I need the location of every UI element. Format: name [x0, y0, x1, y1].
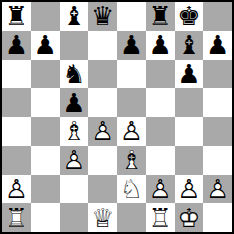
- black-pawn-piece[interactable]: ♟: [5, 31, 28, 59]
- white-piece-glyph: ♘: [120, 175, 143, 203]
- white-piece-glyph: ♙: [177, 175, 200, 203]
- square-g6[interactable]: ♟: [175, 60, 204, 89]
- black-piece-glyph: ♟: [5, 31, 28, 59]
- white-rook-piece[interactable]: ♜♖: [5, 204, 28, 232]
- square-a4[interactable]: [2, 117, 31, 146]
- square-f4[interactable]: [146, 117, 175, 146]
- black-piece-glyph: ♝: [177, 31, 200, 59]
- black-piece-glyph: ♟: [177, 60, 200, 88]
- white-pawn-piece[interactable]: ♟♙: [177, 175, 200, 203]
- square-b8[interactable]: [31, 2, 60, 31]
- white-pawn-piece[interactable]: ♟♙: [62, 146, 85, 174]
- square-d6[interactable]: [88, 60, 117, 89]
- square-h2[interactable]: ♟♙: [203, 175, 232, 204]
- square-b3[interactable]: [31, 146, 60, 175]
- square-e8[interactable]: [117, 2, 146, 31]
- square-e2[interactable]: ♞♘: [117, 175, 146, 204]
- square-d2[interactable]: [88, 175, 117, 204]
- square-d7[interactable]: [88, 31, 117, 60]
- black-bishop-piece[interactable]: ♝: [62, 2, 85, 30]
- black-piece-glyph: ♚: [177, 2, 200, 30]
- white-bishop-piece[interactable]: ♝♗: [62, 117, 85, 145]
- black-piece-glyph: ♟: [120, 31, 143, 59]
- white-bishop-piece[interactable]: ♝♗: [120, 146, 143, 174]
- square-c8[interactable]: ♝: [60, 2, 89, 31]
- square-h6[interactable]: [203, 60, 232, 89]
- black-piece-glyph: ♝: [62, 2, 85, 30]
- square-e1[interactable]: [117, 203, 146, 232]
- square-g8[interactable]: ♚: [175, 2, 204, 31]
- square-f3[interactable]: [146, 146, 175, 175]
- black-queen-piece[interactable]: ♛: [91, 2, 114, 30]
- white-pawn-piece[interactable]: ♟♙: [206, 175, 229, 203]
- square-f7[interactable]: ♟: [146, 31, 175, 60]
- black-pawn-piece[interactable]: ♟: [33, 31, 56, 59]
- square-a1[interactable]: ♜♖: [2, 203, 31, 232]
- black-pawn-piece[interactable]: ♟: [206, 31, 229, 59]
- square-a2[interactable]: ♟♙: [2, 175, 31, 204]
- white-piece-glyph: ♕: [91, 204, 114, 232]
- white-queen-piece[interactable]: ♛♕: [91, 204, 114, 232]
- square-c2[interactable]: [60, 175, 89, 204]
- square-d4[interactable]: ♟♙: [88, 117, 117, 146]
- white-pawn-piece[interactable]: ♟♙: [148, 175, 171, 203]
- square-b1[interactable]: [31, 203, 60, 232]
- square-h8[interactable]: [203, 2, 232, 31]
- black-pawn-piece[interactable]: ♟: [177, 60, 200, 88]
- black-piece-glyph: ♜: [148, 2, 171, 30]
- white-pawn-piece[interactable]: ♟♙: [120, 117, 143, 145]
- square-b6[interactable]: [31, 60, 60, 89]
- black-piece-glyph: ♟: [148, 31, 171, 59]
- white-piece-glyph: ♙: [120, 117, 143, 145]
- square-e4[interactable]: ♟♙: [117, 117, 146, 146]
- square-h3[interactable]: [203, 146, 232, 175]
- square-a7[interactable]: ♟: [2, 31, 31, 60]
- white-piece-glyph: ♙: [206, 175, 229, 203]
- square-h7[interactable]: ♟: [203, 31, 232, 60]
- black-pawn-piece[interactable]: ♟: [120, 31, 143, 59]
- square-c3[interactable]: ♟♙: [60, 146, 89, 175]
- white-piece-glyph: ♙: [148, 175, 171, 203]
- white-rook-piece[interactable]: ♜♖: [148, 204, 171, 232]
- square-e6[interactable]: [117, 60, 146, 89]
- square-d3[interactable]: [88, 146, 117, 175]
- square-f8[interactable]: ♜: [146, 2, 175, 31]
- black-king-piece[interactable]: ♚: [177, 2, 200, 30]
- black-pawn-piece[interactable]: ♟: [62, 89, 85, 117]
- square-c5[interactable]: ♟: [60, 88, 89, 117]
- black-piece-glyph: ♞: [62, 60, 85, 88]
- black-piece-glyph: ♛: [91, 2, 114, 30]
- black-bishop-piece[interactable]: ♝: [177, 31, 200, 59]
- black-piece-glyph: ♟: [206, 31, 229, 59]
- white-piece-glyph: ♙: [62, 146, 85, 174]
- square-g3[interactable]: [175, 146, 204, 175]
- white-piece-glyph: ♗: [62, 117, 85, 145]
- square-e5[interactable]: [117, 88, 146, 117]
- square-h1[interactable]: [203, 203, 232, 232]
- black-knight-piece[interactable]: ♞: [62, 60, 85, 88]
- square-g4[interactable]: [175, 117, 204, 146]
- black-piece-glyph: ♟: [33, 31, 56, 59]
- chess-board: ♜♝♛♜♚♟♟♟♟♝♟♞♟♟♝♗♟♙♟♙♟♙♝♗♟♙♞♘♟♙♟♙♟♙♜♖♛♕♜♖…: [0, 0, 234, 234]
- white-knight-piece[interactable]: ♞♘: [120, 175, 143, 203]
- square-g2[interactable]: ♟♙: [175, 175, 204, 204]
- white-pawn-piece[interactable]: ♟♙: [5, 175, 28, 203]
- square-c1[interactable]: [60, 203, 89, 232]
- square-h4[interactable]: [203, 117, 232, 146]
- square-d8[interactable]: ♛: [88, 2, 117, 31]
- square-h5[interactable]: [203, 88, 232, 117]
- black-rook-piece[interactable]: ♜: [148, 2, 171, 30]
- white-piece-glyph: ♙: [5, 175, 28, 203]
- square-c4[interactable]: ♝♗: [60, 117, 89, 146]
- square-e3[interactable]: ♝♗: [117, 146, 146, 175]
- square-g5[interactable]: [175, 88, 204, 117]
- square-e7[interactable]: ♟: [117, 31, 146, 60]
- square-b4[interactable]: [31, 117, 60, 146]
- square-d1[interactable]: ♛♕: [88, 203, 117, 232]
- black-rook-piece[interactable]: ♜: [5, 2, 28, 30]
- black-piece-glyph: ♟: [62, 89, 85, 117]
- square-f5[interactable]: [146, 88, 175, 117]
- square-a6[interactable]: [2, 60, 31, 89]
- square-b7[interactable]: ♟: [31, 31, 60, 60]
- square-g1[interactable]: ♚♔: [175, 203, 204, 232]
- square-g7[interactable]: ♝: [175, 31, 204, 60]
- square-b5[interactable]: [31, 88, 60, 117]
- white-piece-glyph: ♙: [91, 117, 114, 145]
- square-a5[interactable]: [2, 88, 31, 117]
- square-f1[interactable]: ♜♖: [146, 203, 175, 232]
- black-piece-glyph: ♜: [5, 2, 28, 30]
- white-pawn-piece[interactable]: ♟♙: [91, 117, 114, 145]
- white-piece-glyph: ♗: [120, 146, 143, 174]
- square-a8[interactable]: ♜: [2, 2, 31, 31]
- square-a3[interactable]: [2, 146, 31, 175]
- white-king-piece[interactable]: ♚♔: [177, 204, 200, 232]
- square-b2[interactable]: [31, 175, 60, 204]
- white-piece-glyph: ♔: [177, 204, 200, 232]
- square-f2[interactable]: ♟♙: [146, 175, 175, 204]
- square-c6[interactable]: ♞: [60, 60, 89, 89]
- square-c7[interactable]: [60, 31, 89, 60]
- white-piece-glyph: ♖: [5, 204, 28, 232]
- black-pawn-piece[interactable]: ♟: [148, 31, 171, 59]
- square-f6[interactable]: [146, 60, 175, 89]
- square-d5[interactable]: [88, 88, 117, 117]
- white-piece-glyph: ♖: [148, 204, 171, 232]
